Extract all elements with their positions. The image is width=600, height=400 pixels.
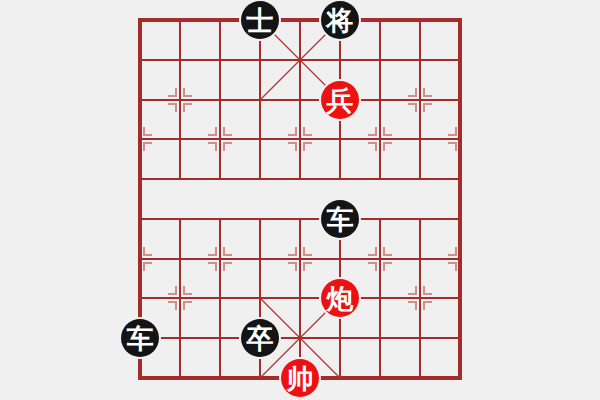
piece-black-chariot-2[interactable]: 车 — [121, 319, 159, 357]
xiangqi-app: 士将兵车炮车卒帅 — [0, 0, 600, 400]
piece-red-soldier[interactable]: 兵 — [321, 81, 359, 119]
piece-red-general[interactable]: 帅 — [281, 359, 319, 397]
pieces-layer: 士将兵车炮车卒帅 — [0, 0, 600, 400]
piece-black-chariot-1[interactable]: 车 — [321, 200, 359, 238]
piece-black-general[interactable]: 将 — [321, 1, 359, 39]
piece-black-soldier[interactable]: 卒 — [241, 319, 279, 357]
piece-black-advisor[interactable]: 士 — [241, 1, 279, 39]
piece-red-cannon[interactable]: 炮 — [321, 279, 359, 317]
